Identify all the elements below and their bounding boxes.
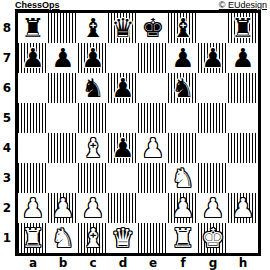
square-c8[interactable]: ♝ xyxy=(78,13,108,43)
piece-bR: ♜ xyxy=(231,13,254,43)
square-a4[interactable] xyxy=(18,133,48,163)
file-label-f: f xyxy=(168,257,198,269)
square-c5[interactable] xyxy=(78,103,108,133)
piece-wK: ♚ xyxy=(201,223,224,253)
piece-wP: ♟ xyxy=(171,193,194,223)
square-d3[interactable] xyxy=(108,163,138,193)
file-label-b: b xyxy=(48,257,78,269)
square-g3[interactable] xyxy=(198,163,228,193)
square-d6[interactable]: ♟ xyxy=(108,73,138,103)
square-b7[interactable]: ♟ xyxy=(48,43,78,73)
square-f8[interactable]: ♝ xyxy=(168,13,198,43)
square-b2[interactable]: ♟ xyxy=(48,193,78,223)
square-c4[interactable]: ♝ xyxy=(78,133,108,163)
piece-bK: ♚ xyxy=(141,13,164,43)
piece-bB: ♝ xyxy=(81,13,104,43)
piece-wP: ♟ xyxy=(81,193,104,223)
rank-label-3: 3 xyxy=(0,163,14,193)
piece-wP: ♟ xyxy=(201,193,224,223)
rank-label-4: 4 xyxy=(0,133,14,163)
square-a5[interactable] xyxy=(18,103,48,133)
piece-wP: ♟ xyxy=(21,193,44,223)
square-b5[interactable] xyxy=(48,103,78,133)
file-label-a: a xyxy=(18,257,48,269)
square-b3[interactable] xyxy=(48,163,78,193)
square-b8[interactable] xyxy=(48,13,78,43)
square-c6[interactable]: ♞ xyxy=(78,73,108,103)
piece-bQ: ♛ xyxy=(111,13,134,43)
square-g2[interactable]: ♟ xyxy=(198,193,228,223)
square-h7[interactable]: ♟ xyxy=(228,43,258,73)
square-h2[interactable]: ♟ xyxy=(228,193,258,223)
rank-label-5: 5 xyxy=(0,103,14,133)
piece-bP: ♟ xyxy=(21,43,44,73)
piece-bP: ♟ xyxy=(201,43,224,73)
header: ChessOps © EUdesign xyxy=(0,0,270,10)
square-g8[interactable] xyxy=(198,13,228,43)
piece-bP: ♟ xyxy=(81,43,104,73)
square-a2[interactable]: ♟ xyxy=(18,193,48,223)
file-label-h: h xyxy=(228,257,258,269)
square-b1[interactable]: ♞ xyxy=(48,223,78,253)
chessops-link[interactable]: ChessOps xyxy=(15,0,60,10)
piece-bB: ♝ xyxy=(171,13,194,43)
square-a7[interactable]: ♟ xyxy=(18,43,48,73)
piece-wP: ♟ xyxy=(51,193,74,223)
piece-wB: ♝ xyxy=(81,223,104,253)
square-f1[interactable]: ♜ xyxy=(168,223,198,253)
square-e8[interactable]: ♚ xyxy=(138,13,168,43)
square-f7[interactable]: ♟ xyxy=(168,43,198,73)
square-a8[interactable]: ♜ xyxy=(18,13,48,43)
piece-wN: ♞ xyxy=(171,163,194,193)
chessops-page: ChessOps © EUdesign 87654321 ♜♝♛♚♝♜♟♟♟♟♟… xyxy=(0,0,270,270)
square-e4[interactable]: ♟ xyxy=(138,133,168,163)
piece-bP: ♟ xyxy=(231,43,254,73)
square-c2[interactable]: ♟ xyxy=(78,193,108,223)
rank-label-1: 1 xyxy=(0,223,14,253)
board-wrap: ♜♝♛♚♝♜♟♟♟♟♟♟♞♟♞♝♟♟♞♟♟♟♟♟♟♜♞♝♛♜♚ xyxy=(15,10,261,256)
square-g7[interactable]: ♟ xyxy=(198,43,228,73)
square-h5[interactable] xyxy=(228,103,258,133)
square-h6[interactable] xyxy=(228,73,258,103)
square-a1[interactable]: ♜ xyxy=(18,223,48,253)
piece-bN: ♞ xyxy=(171,73,194,103)
square-h1[interactable] xyxy=(228,223,258,253)
square-e2[interactable] xyxy=(138,193,168,223)
piece-bP: ♟ xyxy=(171,43,194,73)
rank-labels: 87654321 xyxy=(0,10,14,256)
file-label-g: g xyxy=(198,257,228,269)
piece-wQ: ♛ xyxy=(111,223,134,253)
rank-label-7: 7 xyxy=(0,43,14,73)
rank-label-6: 6 xyxy=(0,73,14,103)
square-h4[interactable] xyxy=(228,133,258,163)
square-f4[interactable] xyxy=(168,133,198,163)
square-b4[interactable] xyxy=(48,133,78,163)
square-d2[interactable] xyxy=(108,193,138,223)
square-c7[interactable]: ♟ xyxy=(78,43,108,73)
square-g6[interactable] xyxy=(198,73,228,103)
piece-wN: ♞ xyxy=(51,223,74,253)
square-a3[interactable] xyxy=(18,163,48,193)
chess-board[interactable]: ♜♝♛♚♝♜♟♟♟♟♟♟♞♟♞♝♟♟♞♟♟♟♟♟♟♜♞♝♛♜♚ xyxy=(15,10,261,256)
square-d1[interactable]: ♛ xyxy=(108,223,138,253)
rank-label-2: 2 xyxy=(0,193,14,223)
piece-bP: ♟ xyxy=(111,73,134,103)
file-label-c: c xyxy=(78,257,108,269)
square-f6[interactable]: ♞ xyxy=(168,73,198,103)
file-labels: abcdefgh xyxy=(15,257,261,269)
square-h8[interactable]: ♜ xyxy=(228,13,258,43)
square-c1[interactable]: ♝ xyxy=(78,223,108,253)
piece-wR: ♜ xyxy=(21,223,44,253)
piece-wB: ♝ xyxy=(81,133,104,163)
rank-label-8: 8 xyxy=(0,13,14,43)
square-f3[interactable]: ♞ xyxy=(168,163,198,193)
file-label-e: e xyxy=(138,257,168,269)
square-f5[interactable] xyxy=(168,103,198,133)
square-a6[interactable] xyxy=(18,73,48,103)
square-e1[interactable] xyxy=(138,223,168,253)
piece-wR: ♜ xyxy=(171,223,194,253)
piece-bP: ♟ xyxy=(51,43,74,73)
piece-bR: ♜ xyxy=(21,13,44,43)
eudesign-credit-link[interactable]: © EUdesign xyxy=(219,0,267,10)
piece-wP: ♟ xyxy=(231,193,254,223)
piece-bN: ♞ xyxy=(81,73,104,103)
square-b6[interactable] xyxy=(48,73,78,103)
file-label-d: d xyxy=(108,257,138,269)
square-d7[interactable] xyxy=(108,43,138,73)
square-e5[interactable] xyxy=(138,103,168,133)
square-c3[interactable] xyxy=(78,163,108,193)
square-e7[interactable] xyxy=(138,43,168,73)
square-d5[interactable] xyxy=(108,103,138,133)
square-e3[interactable] xyxy=(138,163,168,193)
square-h3[interactable] xyxy=(228,163,258,193)
square-f2[interactable]: ♟ xyxy=(168,193,198,223)
square-g4[interactable] xyxy=(198,133,228,163)
piece-wP: ♟ xyxy=(141,133,164,163)
square-g5[interactable] xyxy=(198,103,228,133)
square-g1[interactable]: ♚ xyxy=(198,223,228,253)
square-d4[interactable]: ♟ xyxy=(108,133,138,163)
square-d8[interactable]: ♛ xyxy=(108,13,138,43)
square-e6[interactable] xyxy=(138,73,168,103)
piece-bP: ♟ xyxy=(111,133,134,163)
